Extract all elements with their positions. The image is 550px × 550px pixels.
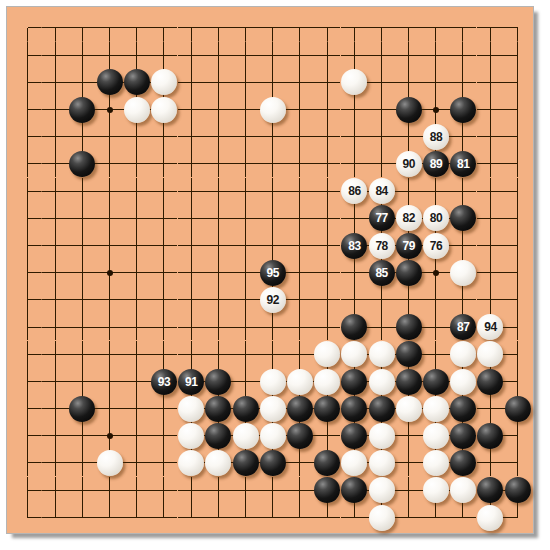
intersection[interactable] — [69, 42, 96, 69]
intersection[interactable] — [96, 150, 123, 177]
intersection[interactable] — [232, 150, 259, 177]
star-point — [107, 270, 113, 276]
intersection[interactable] — [368, 42, 395, 69]
intersection[interactable] — [96, 14, 123, 41]
intersection[interactable] — [477, 259, 504, 286]
intersection[interactable] — [14, 14, 41, 41]
intersection[interactable] — [69, 259, 96, 286]
intersection[interactable] — [69, 69, 96, 96]
intersection[interactable] — [395, 477, 422, 504]
white-stone — [260, 423, 286, 449]
intersection[interactable] — [232, 477, 259, 504]
intersection[interactable] — [477, 286, 504, 313]
intersection[interactable] — [259, 504, 286, 531]
intersection[interactable] — [341, 42, 368, 69]
intersection[interactable] — [14, 368, 41, 395]
intersection[interactable] — [313, 42, 340, 69]
intersection[interactable] — [14, 286, 41, 313]
intersection[interactable] — [123, 205, 150, 232]
intersection[interactable] — [205, 205, 232, 232]
intersection[interactable] — [14, 178, 41, 205]
intersection[interactable] — [259, 14, 286, 41]
move-number: 93 — [158, 376, 170, 388]
intersection[interactable] — [14, 313, 41, 340]
intersection[interactable] — [477, 232, 504, 259]
intersection[interactable] — [368, 123, 395, 150]
intersection[interactable] — [313, 14, 340, 41]
intersection[interactable] — [232, 286, 259, 313]
intersection[interactable] — [150, 232, 177, 259]
black-stone — [287, 396, 313, 422]
intersection[interactable] — [96, 123, 123, 150]
intersection[interactable] — [286, 313, 313, 340]
intersection[interactable] — [368, 286, 395, 313]
intersection[interactable] — [449, 69, 476, 96]
intersection[interactable] — [150, 449, 177, 476]
intersection[interactable] — [69, 422, 96, 449]
intersection[interactable] — [150, 395, 177, 422]
black-stone — [69, 396, 95, 422]
intersection[interactable] — [123, 368, 150, 395]
intersection[interactable] — [422, 14, 449, 41]
intersection[interactable] — [96, 395, 123, 422]
white-stone — [450, 260, 476, 286]
black-stone — [260, 450, 286, 476]
white-stone — [423, 450, 449, 476]
intersection[interactable] — [259, 477, 286, 504]
intersection[interactable] — [178, 123, 205, 150]
intersection[interactable] — [69, 123, 96, 150]
intersection[interactable] — [477, 96, 504, 123]
intersection[interactable] — [259, 232, 286, 259]
intersection[interactable] — [232, 504, 259, 531]
intersection[interactable] — [477, 395, 504, 422]
intersection[interactable] — [150, 341, 177, 368]
intersection[interactable] — [178, 259, 205, 286]
intersection[interactable] — [449, 123, 476, 150]
intersection[interactable] — [150, 14, 177, 41]
intersection[interactable] — [313, 178, 340, 205]
intersection[interactable] — [477, 449, 504, 476]
intersection[interactable] — [42, 313, 69, 340]
intersection[interactable] — [422, 286, 449, 313]
intersection[interactable] — [14, 123, 41, 150]
intersection[interactable] — [178, 178, 205, 205]
intersection[interactable] — [14, 150, 41, 177]
intersection[interactable] — [395, 449, 422, 476]
black-stone: 93 — [151, 369, 177, 395]
intersection[interactable] — [96, 368, 123, 395]
white-stone — [396, 396, 422, 422]
intersection[interactable] — [123, 341, 150, 368]
move-number: 76 — [430, 240, 442, 252]
white-stone — [97, 450, 123, 476]
intersection[interactable] — [150, 313, 177, 340]
intersection[interactable] — [14, 259, 41, 286]
intersection[interactable] — [341, 150, 368, 177]
intersection[interactable] — [96, 504, 123, 531]
intersection[interactable] — [96, 313, 123, 340]
intersection[interactable] — [205, 123, 232, 150]
intersection[interactable] — [368, 313, 395, 340]
intersection[interactable] — [178, 313, 205, 340]
black-stone — [477, 369, 503, 395]
intersection[interactable] — [504, 313, 531, 340]
intersection[interactable] — [14, 69, 41, 96]
intersection[interactable] — [232, 368, 259, 395]
intersection[interactable] — [259, 205, 286, 232]
move-number: 89 — [430, 158, 442, 170]
intersection[interactable] — [123, 178, 150, 205]
intersection[interactable] — [205, 178, 232, 205]
intersection[interactable] — [368, 69, 395, 96]
intersection[interactable] — [14, 449, 41, 476]
intersection[interactable] — [504, 368, 531, 395]
intersection[interactable] — [232, 232, 259, 259]
intersection[interactable] — [42, 504, 69, 531]
intersection[interactable] — [341, 123, 368, 150]
intersection[interactable] — [69, 313, 96, 340]
black-stone — [287, 423, 313, 449]
intersection[interactable] — [395, 422, 422, 449]
white-stone: 76 — [423, 233, 449, 259]
intersection[interactable] — [368, 96, 395, 123]
intersection[interactable] — [42, 178, 69, 205]
intersection[interactable] — [504, 449, 531, 476]
intersection[interactable] — [178, 69, 205, 96]
intersection[interactable] — [232, 14, 259, 41]
white-stone — [178, 396, 204, 422]
intersection[interactable] — [259, 178, 286, 205]
intersection[interactable] — [205, 42, 232, 69]
intersection[interactable] — [178, 96, 205, 123]
move-number: 85 — [375, 267, 387, 279]
intersection[interactable] — [259, 150, 286, 177]
intersection[interactable] — [286, 286, 313, 313]
move-number: 77 — [375, 212, 387, 224]
intersection[interactable] — [313, 150, 340, 177]
intersection[interactable] — [449, 178, 476, 205]
intersection[interactable] — [205, 313, 232, 340]
intersection[interactable] — [286, 449, 313, 476]
intersection[interactable] — [313, 205, 340, 232]
intersection[interactable] — [504, 69, 531, 96]
intersection[interactable] — [123, 42, 150, 69]
intersection[interactable] — [69, 341, 96, 368]
intersection[interactable] — [341, 504, 368, 531]
white-stone: 90 — [396, 151, 422, 177]
intersection[interactable] — [477, 123, 504, 150]
move-number: 79 — [403, 240, 415, 252]
intersection[interactable] — [150, 286, 177, 313]
intersection[interactable] — [205, 96, 232, 123]
intersection[interactable] — [14, 504, 41, 531]
intersection[interactable] — [14, 395, 41, 422]
black-stone — [450, 423, 476, 449]
intersection[interactable] — [69, 14, 96, 41]
intersection[interactable] — [69, 205, 96, 232]
intersection[interactable] — [96, 205, 123, 232]
intersection[interactable] — [395, 14, 422, 41]
intersection[interactable] — [504, 14, 531, 41]
intersection[interactable] — [422, 313, 449, 340]
move-number: 82 — [403, 212, 415, 224]
intersection[interactable] — [42, 395, 69, 422]
intersection[interactable] — [42, 286, 69, 313]
intersection[interactable] — [504, 422, 531, 449]
intersection[interactable] — [150, 504, 177, 531]
intersection[interactable] — [150, 123, 177, 150]
intersection[interactable] — [205, 286, 232, 313]
intersection[interactable] — [395, 123, 422, 150]
intersection[interactable] — [232, 259, 259, 286]
intersection[interactable] — [259, 123, 286, 150]
intersection[interactable] — [422, 178, 449, 205]
intersection[interactable] — [449, 232, 476, 259]
intersection[interactable] — [477, 150, 504, 177]
intersection[interactable] — [42, 150, 69, 177]
intersection[interactable] — [504, 42, 531, 69]
intersection[interactable] — [286, 42, 313, 69]
intersection[interactable] — [395, 504, 422, 531]
intersection[interactable] — [504, 205, 531, 232]
intersection[interactable] — [449, 14, 476, 41]
intersection[interactable] — [232, 205, 259, 232]
intersection[interactable] — [395, 178, 422, 205]
intersection[interactable] — [150, 259, 177, 286]
intersection[interactable] — [96, 286, 123, 313]
intersection[interactable] — [178, 42, 205, 69]
intersection[interactable] — [96, 178, 123, 205]
intersection[interactable] — [123, 504, 150, 531]
intersection[interactable] — [313, 96, 340, 123]
intersection[interactable] — [422, 341, 449, 368]
intersection[interactable] — [205, 69, 232, 96]
intersection[interactable] — [14, 96, 41, 123]
intersection[interactable] — [286, 504, 313, 531]
intersection[interactable] — [123, 14, 150, 41]
intersection[interactable] — [313, 313, 340, 340]
intersection[interactable] — [14, 341, 41, 368]
intersection[interactable] — [449, 504, 476, 531]
intersection[interactable] — [14, 232, 41, 259]
intersection[interactable] — [286, 14, 313, 41]
intersection[interactable] — [504, 286, 531, 313]
intersection[interactable] — [313, 286, 340, 313]
intersection[interactable] — [123, 477, 150, 504]
intersection[interactable] — [69, 232, 96, 259]
intersection[interactable] — [42, 96, 69, 123]
intersection[interactable] — [232, 178, 259, 205]
intersection[interactable] — [69, 504, 96, 531]
intersection[interactable] — [69, 178, 96, 205]
intersection[interactable] — [504, 96, 531, 123]
white-stone — [477, 505, 503, 531]
intersection[interactable] — [286, 205, 313, 232]
intersection[interactable] — [178, 504, 205, 531]
white-stone — [369, 505, 395, 531]
intersection[interactable] — [286, 259, 313, 286]
intersection[interactable] — [178, 14, 205, 41]
intersection[interactable] — [69, 477, 96, 504]
intersection[interactable] — [504, 504, 531, 531]
intersection[interactable] — [286, 96, 313, 123]
intersection[interactable] — [449, 42, 476, 69]
intersection[interactable] — [205, 150, 232, 177]
move-number: 86 — [348, 185, 360, 197]
intersection[interactable] — [205, 341, 232, 368]
black-stone — [450, 396, 476, 422]
intersection[interactable] — [205, 232, 232, 259]
intersection[interactable] — [178, 341, 205, 368]
intersection[interactable] — [341, 96, 368, 123]
intersection[interactable] — [14, 205, 41, 232]
intersection[interactable] — [123, 395, 150, 422]
intersection[interactable] — [14, 422, 41, 449]
intersection[interactable] — [259, 341, 286, 368]
intersection[interactable] — [259, 42, 286, 69]
intersection[interactable] — [96, 42, 123, 69]
intersection[interactable] — [232, 341, 259, 368]
intersection[interactable] — [232, 123, 259, 150]
intersection[interactable] — [123, 313, 150, 340]
intersection[interactable] — [422, 42, 449, 69]
black-stone — [423, 369, 449, 395]
intersection[interactable] — [232, 96, 259, 123]
intersection[interactable] — [178, 286, 205, 313]
intersection[interactable] — [178, 150, 205, 177]
intersection[interactable] — [477, 42, 504, 69]
intersection[interactable] — [395, 42, 422, 69]
intersection[interactable] — [42, 368, 69, 395]
white-stone — [369, 369, 395, 395]
intersection[interactable] — [504, 341, 531, 368]
intersection[interactable] — [96, 341, 123, 368]
intersection[interactable] — [341, 259, 368, 286]
intersection[interactable] — [123, 449, 150, 476]
intersection[interactable] — [449, 286, 476, 313]
intersection[interactable] — [232, 69, 259, 96]
intersection[interactable] — [42, 123, 69, 150]
intersection[interactable] — [42, 341, 69, 368]
intersection[interactable] — [286, 123, 313, 150]
intersection[interactable] — [286, 178, 313, 205]
intersection[interactable] — [395, 69, 422, 96]
intersection[interactable] — [42, 232, 69, 259]
intersection[interactable] — [477, 69, 504, 96]
intersection[interactable] — [96, 232, 123, 259]
intersection[interactable] — [123, 259, 150, 286]
intersection[interactable] — [42, 422, 69, 449]
intersection[interactable] — [232, 42, 259, 69]
intersection[interactable] — [395, 286, 422, 313]
intersection[interactable] — [69, 286, 96, 313]
intersection[interactable] — [123, 286, 150, 313]
white-stone — [260, 97, 286, 123]
intersection[interactable] — [150, 205, 177, 232]
intersection[interactable] — [14, 477, 41, 504]
intersection[interactable] — [205, 477, 232, 504]
intersection[interactable] — [313, 123, 340, 150]
intersection[interactable] — [313, 69, 340, 96]
intersection[interactable] — [42, 477, 69, 504]
intersection[interactable] — [150, 150, 177, 177]
intersection[interactable] — [286, 341, 313, 368]
intersection[interactable] — [504, 259, 531, 286]
intersection[interactable] — [150, 178, 177, 205]
move-number: 90 — [403, 158, 415, 170]
intersection[interactable] — [286, 150, 313, 177]
intersection[interactable] — [150, 42, 177, 69]
intersection[interactable] — [313, 232, 340, 259]
intersection[interactable] — [42, 259, 69, 286]
intersection[interactable] — [42, 42, 69, 69]
intersection[interactable] — [341, 14, 368, 41]
black-stone — [396, 314, 422, 340]
intersection[interactable] — [42, 449, 69, 476]
intersection[interactable] — [422, 69, 449, 96]
move-number: 87 — [457, 321, 469, 333]
move-number: 91 — [185, 376, 197, 388]
intersection[interactable] — [14, 42, 41, 69]
intersection[interactable] — [504, 123, 531, 150]
black-stone — [505, 477, 531, 503]
intersection[interactable] — [259, 69, 286, 96]
intersection[interactable] — [205, 14, 232, 41]
intersection[interactable] — [123, 232, 150, 259]
intersection[interactable] — [341, 286, 368, 313]
intersection[interactable] — [178, 232, 205, 259]
intersection[interactable] — [504, 232, 531, 259]
intersection[interactable] — [178, 205, 205, 232]
intersection[interactable] — [69, 368, 96, 395]
intersection[interactable] — [123, 123, 150, 150]
intersection[interactable] — [341, 205, 368, 232]
intersection[interactable] — [178, 477, 205, 504]
intersection[interactable] — [123, 422, 150, 449]
intersection[interactable] — [313, 504, 340, 531]
white-stone: 88 — [423, 124, 449, 150]
intersection[interactable] — [150, 477, 177, 504]
intersection[interactable] — [259, 313, 286, 340]
black-stone — [233, 396, 259, 422]
intersection[interactable] — [205, 504, 232, 531]
intersection[interactable] — [232, 313, 259, 340]
intersection[interactable] — [286, 69, 313, 96]
intersection[interactable] — [368, 14, 395, 41]
intersection[interactable] — [504, 150, 531, 177]
intersection[interactable] — [477, 178, 504, 205]
intersection[interactable] — [123, 150, 150, 177]
intersection[interactable] — [150, 422, 177, 449]
intersection[interactable] — [42, 14, 69, 41]
intersection[interactable] — [286, 477, 313, 504]
white-stone: 78 — [369, 233, 395, 259]
intersection[interactable] — [313, 259, 340, 286]
intersection[interactable] — [42, 69, 69, 96]
intersection[interactable] — [477, 205, 504, 232]
intersection[interactable] — [504, 178, 531, 205]
intersection[interactable] — [96, 477, 123, 504]
intersection[interactable] — [368, 150, 395, 177]
intersection[interactable] — [205, 259, 232, 286]
intersection[interactable] — [313, 422, 340, 449]
intersection[interactable] — [422, 504, 449, 531]
intersection[interactable] — [286, 232, 313, 259]
intersection[interactable] — [69, 449, 96, 476]
intersection[interactable] — [42, 205, 69, 232]
intersection[interactable] — [477, 14, 504, 41]
